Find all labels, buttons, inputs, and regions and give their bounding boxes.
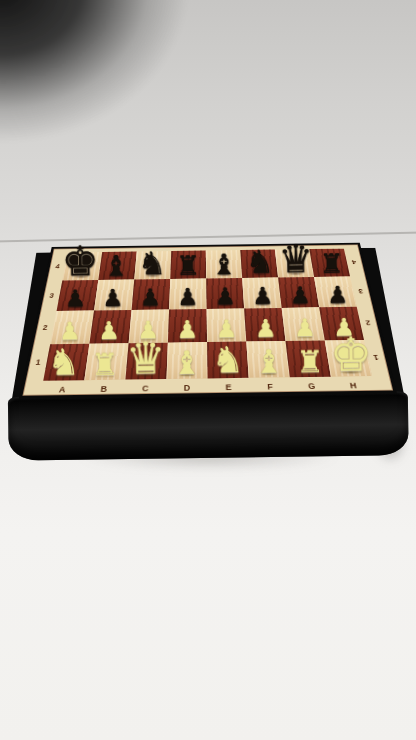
square-h4[interactable]: ♜ (309, 249, 350, 277)
file-label-d: D (166, 378, 208, 397)
square-g4[interactable]: ♛ (275, 249, 314, 277)
square-e3[interactable]: ♟ (206, 278, 244, 309)
piece-white-knight[interactable]: ♞ (211, 344, 244, 378)
file-label-c: C (124, 379, 167, 398)
piece-black-pawn[interactable]: ♟ (177, 287, 198, 309)
square-a2[interactable]: ♟ (50, 311, 94, 345)
board-frame: 4♚♝♞♜♝♞♛♜43♟♟♟♟♟♟♟♟32♟♟♟♟♟♟♟♟21♞♜♛♝♞♝♜♚1… (19, 243, 397, 399)
square-h1[interactable]: ♚ (325, 340, 372, 377)
square-d1[interactable]: ♝ (167, 342, 208, 379)
chess-set: 4♚♝♞♜♝♞♛♜43♟♟♟♟♟♟♟♟32♟♟♟♟♟♟♟♟21♞♜♛♝♞♝♜♚1… (0, 0, 416, 740)
piece-black-pawn[interactable]: ♟ (215, 286, 236, 308)
file-label-b: B (82, 380, 126, 399)
piece-black-pawn[interactable]: ♟ (65, 289, 86, 311)
piece-black-pawn[interactable]: ♟ (327, 285, 348, 307)
piece-white-pawn[interactable]: ♟ (59, 321, 81, 344)
piece-white-knight[interactable]: ♞ (47, 346, 80, 380)
piece-white-pawn[interactable]: ♟ (98, 320, 120, 343)
piece-black-queen[interactable]: ♛ (278, 241, 313, 277)
piece-black-pawn[interactable]: ♟ (140, 287, 161, 309)
square-b3[interactable]: ♟ (94, 280, 134, 311)
piece-white-pawn[interactable]: ♟ (176, 319, 198, 342)
board-grid: 4♚♝♞♜♝♞♛♜43♟♟♟♟♟♟♟♟32♟♟♟♟♟♟♟♟21♞♜♛♝♞♝♜♚1… (22, 248, 394, 399)
square-e4[interactable]: ♝ (206, 250, 242, 278)
piece-white-pawn[interactable]: ♟ (255, 318, 277, 341)
piece-black-bishop[interactable]: ♝ (211, 251, 237, 277)
file-label-e: E (208, 378, 250, 397)
piece-white-rook[interactable]: ♜ (91, 351, 119, 379)
square-a3[interactable]: ♟ (57, 280, 99, 311)
square-b1[interactable]: ♜ (84, 343, 128, 380)
piece-black-rook[interactable]: ♜ (320, 252, 344, 277)
square-g1[interactable]: ♜ (286, 340, 331, 377)
piece-black-pawn[interactable]: ♟ (290, 285, 311, 307)
square-f3[interactable]: ♟ (242, 278, 282, 309)
square-a4[interactable]: ♚ (62, 252, 102, 281)
piece-black-rook[interactable]: ♜ (176, 254, 200, 279)
piece-white-queen[interactable]: ♛ (126, 338, 166, 379)
piece-black-pawn[interactable]: ♟ (252, 286, 273, 308)
piece-white-bishop[interactable]: ♝ (254, 347, 283, 377)
piece-black-king[interactable]: ♚ (62, 242, 99, 280)
file-label-h: H (331, 376, 376, 395)
square-f4[interactable]: ♞ (240, 250, 278, 278)
square-c1[interactable]: ♛ (125, 343, 167, 380)
piece-black-knight[interactable]: ♞ (138, 249, 167, 279)
piece-black-pawn[interactable]: ♟ (102, 288, 123, 310)
board-scene: 4♚♝♞♜♝♞♛♜43♟♟♟♟♟♟♟♟32♟♟♟♟♟♟♟♟21♞♜♛♝♞♝♜♚1… (16, 197, 397, 398)
square-a1[interactable]: ♞ (43, 344, 89, 381)
piece-black-knight[interactable]: ♞ (245, 248, 274, 278)
board-border: 4♚♝♞♜♝♞♛♜43♟♟♟♟♟♟♟♟32♟♟♟♟♟♟♟♟21♞♜♛♝♞♝♜♚1… (22, 245, 393, 396)
square-f1[interactable]: ♝ (246, 341, 289, 378)
square-e1[interactable]: ♞ (207, 342, 249, 379)
square-h3[interactable]: ♟ (314, 277, 357, 308)
square-d3[interactable]: ♟ (169, 279, 207, 310)
piece-white-pawn[interactable]: ♟ (215, 319, 237, 342)
photo: 4♚♝♞♜♝♞♛♜43♟♟♟♟♟♟♟♟32♟♟♟♟♟♟♟♟21♞♜♛♝♞♝♜♚1… (0, 0, 416, 740)
piece-black-bishop[interactable]: ♝ (103, 253, 129, 279)
square-e2[interactable]: ♟ (207, 308, 247, 342)
square-g2[interactable]: ♟ (282, 307, 325, 341)
square-f2[interactable]: ♟ (244, 308, 285, 342)
file-label-a: A (40, 380, 85, 399)
square-g3[interactable]: ♟ (278, 277, 319, 308)
file-label-g: G (290, 377, 334, 396)
square-c4[interactable]: ♞ (134, 251, 171, 279)
chess-case-front (8, 391, 409, 461)
square-c3[interactable]: ♟ (132, 279, 171, 310)
square-d4[interactable]: ♜ (170, 251, 206, 279)
square-b4[interactable]: ♝ (98, 252, 136, 281)
piece-white-king[interactable]: ♚ (330, 332, 373, 376)
file-label-f: F (249, 377, 292, 396)
border-corner-right (372, 376, 394, 395)
piece-white-bishop[interactable]: ♝ (172, 348, 201, 378)
piece-white-rook[interactable]: ♜ (296, 348, 324, 376)
square-d2[interactable]: ♟ (168, 309, 207, 343)
chess-board: 4♚♝♞♜♝♞♛♜43♟♟♟♟♟♟♟♟32♟♟♟♟♟♟♟♟21♞♜♛♝♞♝♜♚1… (19, 243, 397, 399)
piece-white-pawn[interactable]: ♟ (294, 317, 316, 340)
